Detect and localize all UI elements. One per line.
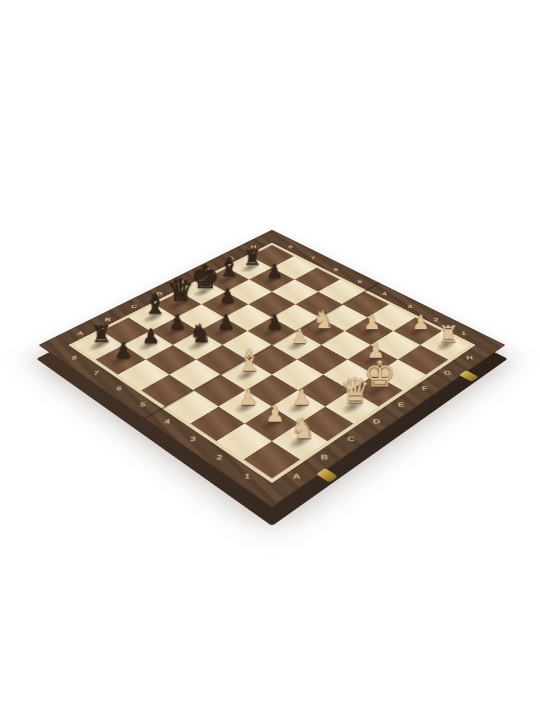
coordinate-label: 7 — [303, 250, 323, 266]
white-knight-b1[interactable]: ♞ — [277, 415, 326, 443]
coordinate-label: F — [192, 264, 225, 274]
black-pawn-a7[interactable]: ♟ — [100, 340, 145, 360]
coordinate-label: H — [238, 242, 269, 251]
chess-board: ♜♝♛♚♝♜♟♟♟♟♟♞♟♟♝♟♞♟♟♟♟♟♟♞♛♚♜ ABCDEFGH ABC… — [39, 230, 506, 508]
coordinate-label: 8 — [281, 239, 300, 255]
coordinate-label: 4 — [373, 285, 395, 303]
black-pawn-g7[interactable]: ♟ — [254, 262, 294, 280]
black-knight-c6[interactable]: ♞ — [178, 321, 222, 346]
white-queen-d1[interactable]: ♛ — [331, 373, 379, 408]
coordinate-label: 3 — [398, 297, 421, 315]
white-bishop-c4[interactable]: ♝ — [226, 347, 272, 376]
black-pawn-e7[interactable]: ♟ — [206, 286, 248, 305]
square-c6[interactable]: ♞ — [173, 331, 222, 360]
coordinate-label: E — [167, 276, 200, 286]
coordinate-label: C — [116, 301, 151, 312]
board-grid: ♜♝♛♚♝♜♟♟♟♟♟♞♟♟♝♟♞♟♟♟♟♟♟♞♛♚♜ — [74, 245, 470, 479]
coordinate-label: 5 — [349, 273, 370, 290]
product-photo-scene: ♜♝♛♚♝♜♟♟♟♟♟♞♟♟♝♟♞♟♟♟♟♟♟♞♛♚♜ ABCDEFGH ABC… — [0, 0, 540, 720]
board-frame: ♜♝♛♚♝♜♟♟♟♟♟♞♟♟♝♟♞♟♟♟♟♟♟♞♛♚♜ ABCDEFGH ABC… — [39, 230, 506, 508]
white-rook-h1[interactable]: ♜ — [426, 323, 470, 346]
coordinate-label: G — [215, 253, 247, 263]
white-pawn-e4[interactable]: ♟ — [277, 326, 321, 346]
coordinate-label: D — [142, 288, 176, 299]
white-pawn-g3[interactable]: ♟ — [350, 312, 393, 332]
coordinate-label: 6 — [326, 261, 346, 278]
